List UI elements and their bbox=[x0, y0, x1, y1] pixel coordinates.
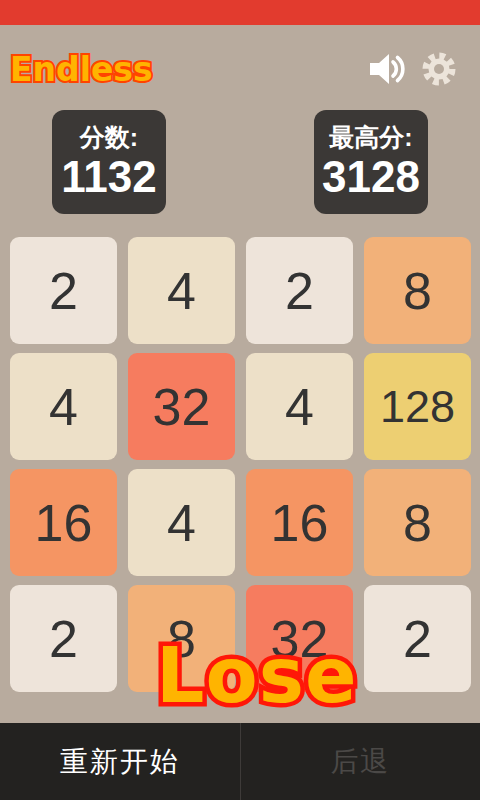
tile-r2c2: 32 bbox=[128, 353, 235, 460]
tile-r2c3: 4 bbox=[246, 353, 353, 460]
tile-r1c4: 8 bbox=[364, 237, 471, 344]
tile-r3c4: 8 bbox=[364, 469, 471, 576]
volume-icon[interactable] bbox=[366, 48, 408, 90]
mode-title: Endless bbox=[10, 50, 153, 89]
tile-r1c3: 2 bbox=[246, 237, 353, 344]
score-value: 1132 bbox=[60, 152, 158, 203]
tile-r1c2: 4 bbox=[128, 237, 235, 344]
tile-r3c2: 4 bbox=[128, 469, 235, 576]
tile-r2c4: 128 bbox=[364, 353, 471, 460]
tile-r3c1: 16 bbox=[10, 469, 117, 576]
lose-overlay: Lose bbox=[156, 638, 357, 714]
app-screen: Endless 分数: 1132 最高分 bbox=[0, 0, 480, 800]
undo-button[interactable]: 后退 bbox=[240, 723, 480, 800]
gear-icon[interactable] bbox=[418, 48, 460, 90]
best-score-label: 最高分: bbox=[322, 122, 420, 152]
best-score-box: 最高分: 3128 bbox=[314, 110, 428, 214]
score-box: 分数: 1132 bbox=[52, 110, 166, 214]
score-label: 分数: bbox=[60, 122, 158, 152]
top-icons bbox=[366, 48, 460, 90]
tile-r3c3: 16 bbox=[246, 469, 353, 576]
restart-button[interactable]: 重新开始 bbox=[0, 723, 240, 800]
game-board[interactable]: 2428432412816416828322 bbox=[10, 237, 471, 692]
status-bar bbox=[0, 0, 480, 25]
tile-r2c1: 4 bbox=[10, 353, 117, 460]
top-bar: Endless bbox=[0, 25, 480, 95]
tile-r4c4: 2 bbox=[364, 585, 471, 692]
tile-r1c1: 2 bbox=[10, 237, 117, 344]
best-score-value: 3128 bbox=[322, 152, 420, 203]
tile-r4c1: 2 bbox=[10, 585, 117, 692]
score-row: 分数: 1132 最高分: 3128 bbox=[0, 110, 480, 214]
bottom-bar: 重新开始 后退 bbox=[0, 723, 480, 800]
